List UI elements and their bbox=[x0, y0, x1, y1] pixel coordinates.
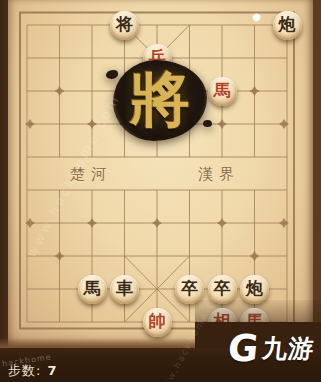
piece-character: 馬 bbox=[84, 280, 101, 297]
watermark-band-haze bbox=[195, 300, 321, 322]
move-counter-label: 步数: bbox=[8, 363, 41, 378]
xiangqi-app-screen: 楚河 漢界 将炮兵馬馬車卒卒炮帥相馬 將 步数:7 G 九游 www.hackh… bbox=[0, 0, 321, 382]
pieces-grid: 将炮兵馬馬車卒卒炮帥相馬 bbox=[11, 9, 304, 339]
9game-logo-g-icon: G bbox=[226, 330, 260, 367]
piece-character: 車 bbox=[116, 280, 133, 297]
piece-black-chariot[interactable]: 車 bbox=[110, 275, 139, 304]
sparkle-effect bbox=[252, 13, 261, 22]
9game-logo-name: 九游 bbox=[261, 332, 316, 365]
piece-character: 炮 bbox=[246, 280, 263, 297]
check-character: 將 bbox=[130, 60, 190, 141]
piece-black-general[interactable]: 将 bbox=[110, 11, 139, 40]
piece-character: 将 bbox=[116, 16, 133, 33]
piece-red-general[interactable]: 帥 bbox=[143, 308, 172, 337]
piece-character: 炮 bbox=[279, 16, 296, 33]
9game-logo[interactable]: G 九游 bbox=[226, 330, 316, 367]
piece-character: 卒 bbox=[181, 280, 198, 297]
piece-character: 馬 bbox=[214, 82, 231, 99]
piece-red-horse[interactable]: 馬 bbox=[208, 77, 237, 106]
move-counter-value: 7 bbox=[47, 363, 57, 378]
move-counter: 步数:7 bbox=[8, 362, 57, 380]
piece-black-horse[interactable]: 馬 bbox=[78, 275, 107, 304]
piece-character: 帥 bbox=[149, 313, 166, 330]
piece-black-cannon[interactable]: 炮 bbox=[273, 11, 302, 40]
piece-character: 卒 bbox=[214, 280, 231, 297]
